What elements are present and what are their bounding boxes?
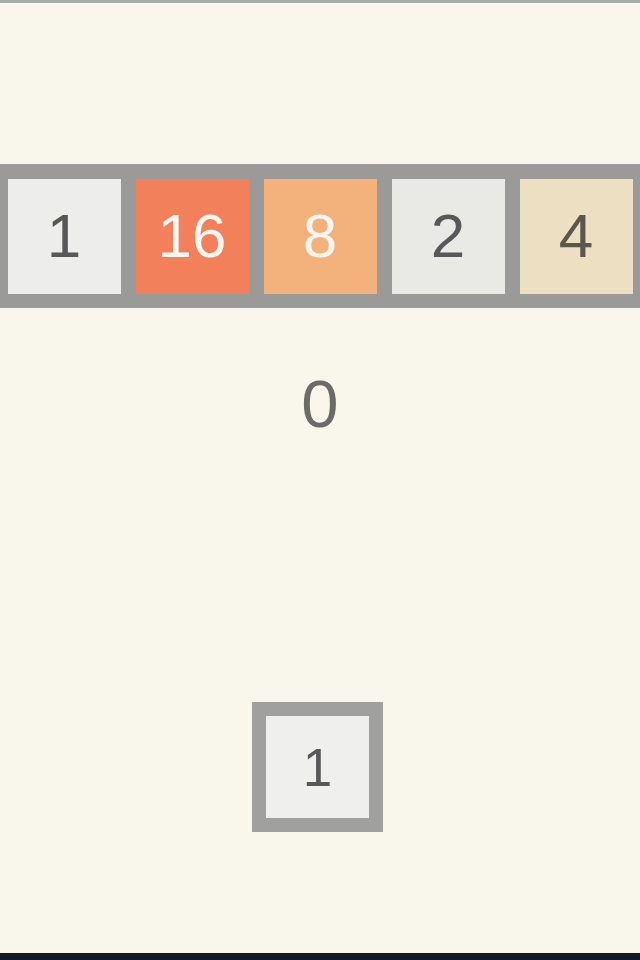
bottom-nav-bar [0, 953, 640, 960]
top-tile-row: 1 16 8 2 4 [0, 164, 640, 308]
board-tile-col2[interactable]: 16 [136, 179, 249, 294]
board-tile-col5[interactable]: 4 [520, 179, 633, 294]
falling-tile-frame[interactable]: 1 [252, 702, 383, 832]
status-bar-strip [0, 0, 640, 3]
falling-tile[interactable]: 1 [266, 716, 369, 818]
board-tile-col4[interactable]: 2 [392, 179, 505, 294]
score-value: 0 [0, 370, 640, 437]
board-tile-col1[interactable]: 1 [8, 179, 121, 294]
board-tile-col3[interactable]: 8 [264, 179, 377, 294]
